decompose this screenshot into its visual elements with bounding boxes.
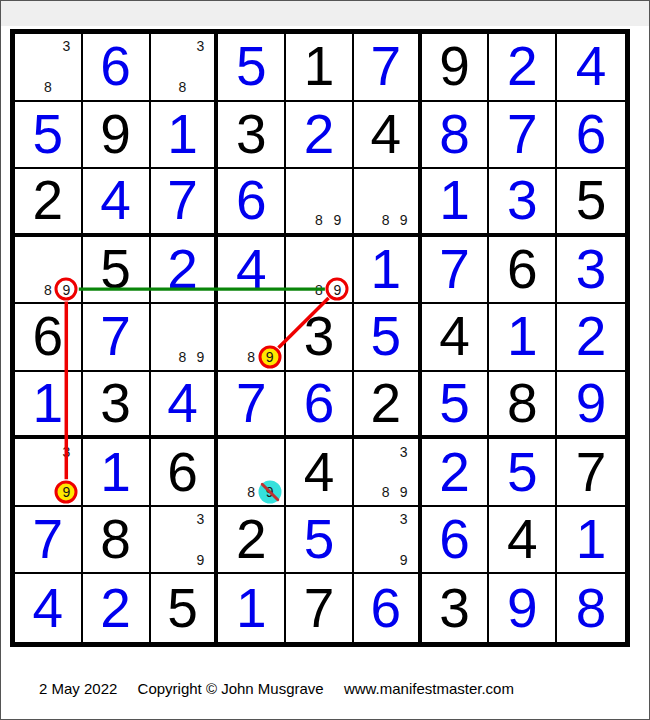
cell-r7c7[interactable]: 2 bbox=[422, 439, 490, 507]
cell-r1c1[interactable]: 38 bbox=[15, 34, 83, 102]
candidate-3: 3 bbox=[55, 440, 78, 463]
cell-r8c1[interactable]: 7 bbox=[15, 507, 83, 575]
solved-digit: 7 bbox=[15, 507, 81, 573]
cell-r8c5[interactable]: 5 bbox=[286, 507, 354, 575]
cell-r7c1[interactable]: 39 bbox=[15, 439, 83, 507]
cell-r3c1[interactable]: 2 bbox=[15, 169, 83, 237]
cell-r5c1[interactable]: 6 bbox=[15, 304, 83, 372]
solved-digit: 8 bbox=[557, 574, 625, 642]
cell-r1c3[interactable]: 38 bbox=[151, 34, 219, 102]
given-digit: 1 bbox=[286, 34, 352, 100]
given-digit: 7 bbox=[557, 439, 625, 505]
cell-r9c7[interactable]: 3 bbox=[422, 574, 490, 642]
cell-r9c9[interactable]: 8 bbox=[557, 574, 625, 642]
solved-digit: 5 bbox=[489, 439, 555, 505]
cell-r4c9[interactable]: 3 bbox=[557, 237, 625, 305]
cell-r6c7[interactable]: 5 bbox=[422, 372, 490, 440]
candidate-9: 9 bbox=[258, 345, 281, 368]
cell-r7c9[interactable]: 7 bbox=[557, 439, 625, 507]
candidate-3: 3 bbox=[392, 440, 415, 463]
footer-date: 2 May 2022 bbox=[39, 680, 117, 697]
cell-r3c2[interactable]: 4 bbox=[83, 169, 151, 237]
cell-r4c8[interactable]: 6 bbox=[489, 237, 557, 305]
given-digit: 6 bbox=[151, 439, 215, 505]
given-digit: 2 bbox=[218, 507, 284, 573]
sudoku-board: 3863851792459132487624768989135895248917… bbox=[10, 29, 630, 647]
cell-r2c7[interactable]: 8 bbox=[422, 102, 490, 170]
cell-r4c1[interactable]: 89 bbox=[15, 237, 83, 305]
cell-r9c6[interactable]: 6 bbox=[354, 574, 422, 642]
given-digit: 9 bbox=[422, 34, 488, 100]
cell-r3c8[interactable]: 3 bbox=[489, 169, 557, 237]
solved-digit: 5 bbox=[218, 34, 284, 100]
given-digit: 2 bbox=[15, 169, 81, 233]
cell-r8c4[interactable]: 2 bbox=[218, 507, 286, 575]
cell-r6c5[interactable]: 6 bbox=[286, 372, 354, 440]
cell-r5c4[interactable]: 89 bbox=[218, 304, 286, 372]
solved-digit: 6 bbox=[354, 574, 418, 642]
given-digit: 8 bbox=[83, 507, 149, 573]
solved-digit: 7 bbox=[218, 372, 284, 436]
given-digit: 3 bbox=[286, 304, 352, 370]
given-digit: 5 bbox=[557, 169, 625, 233]
cell-r3c4[interactable]: 6 bbox=[218, 169, 286, 237]
cell-r3c9[interactable]: 5 bbox=[557, 169, 625, 237]
cell-r7c6[interactable]: 389 bbox=[354, 439, 422, 507]
cell-r9c2[interactable]: 2 bbox=[83, 574, 151, 642]
candidate-3: 3 bbox=[392, 507, 415, 530]
board-grid: 3863851792459132487624768989135895248917… bbox=[15, 34, 625, 642]
cell-r7c4[interactable]: 89 bbox=[218, 439, 286, 507]
cell-r8c9[interactable]: 1 bbox=[557, 507, 625, 575]
cell-r3c6[interactable]: 89 bbox=[354, 169, 422, 237]
solved-digit: 1 bbox=[422, 169, 488, 233]
top-strip bbox=[1, 1, 649, 26]
cell-r2c6[interactable]: 4 bbox=[354, 102, 422, 170]
cell-r1c4[interactable]: 5 bbox=[218, 34, 286, 102]
cell-r7c3[interactable]: 6 bbox=[151, 439, 219, 507]
solved-digit: 5 bbox=[354, 304, 418, 370]
cell-r2c5[interactable]: 2 bbox=[286, 102, 354, 170]
cell-r5c6[interactable]: 5 bbox=[354, 304, 422, 372]
cell-r8c6[interactable]: 39 bbox=[354, 507, 422, 575]
cell-r2c3[interactable]: 1 bbox=[151, 102, 219, 170]
footer-copyright: Copyright © John Musgrave bbox=[138, 680, 324, 697]
given-digit: 6 bbox=[489, 237, 555, 303]
cell-r5c5[interactable]: 3 bbox=[286, 304, 354, 372]
solved-digit: 6 bbox=[286, 372, 352, 436]
cell-r9c4[interactable]: 1 bbox=[218, 574, 286, 642]
cell-r5c9[interactable]: 2 bbox=[557, 304, 625, 372]
solved-digit: 3 bbox=[489, 169, 555, 233]
footer-website: www.manifestmaster.com bbox=[344, 680, 514, 697]
solved-digit: 6 bbox=[557, 102, 625, 168]
cell-r3c5[interactable]: 89 bbox=[286, 169, 354, 237]
candidate-9: 9 bbox=[55, 480, 78, 503]
solved-digit: 2 bbox=[422, 439, 488, 505]
given-digit: 9 bbox=[83, 102, 149, 168]
solved-digit: 6 bbox=[218, 169, 284, 233]
given-digit: 4 bbox=[489, 507, 555, 573]
page: 3863851792459132487624768989135895248917… bbox=[0, 0, 650, 720]
cell-r2c4[interactable]: 3 bbox=[218, 102, 286, 170]
given-digit: 7 bbox=[286, 574, 352, 642]
candidate-3: 3 bbox=[55, 34, 78, 57]
cell-r6c8[interactable]: 8 bbox=[489, 372, 557, 440]
cell-r4c4[interactable]: 4 bbox=[218, 237, 286, 305]
solved-digit: 2 bbox=[286, 102, 352, 168]
candidate-9: 9 bbox=[189, 345, 212, 368]
solved-digit: 7 bbox=[422, 237, 488, 303]
cell-r7c8[interactable]: 5 bbox=[489, 439, 557, 507]
cell-r1c7[interactable]: 9 bbox=[422, 34, 490, 102]
candidate-9: 9 bbox=[392, 548, 415, 571]
given-digit: 3 bbox=[83, 372, 149, 436]
cell-r8c2[interactable]: 8 bbox=[83, 507, 151, 575]
solved-digit: 6 bbox=[83, 34, 149, 100]
candidate-9: 9 bbox=[189, 548, 212, 571]
cell-r5c3[interactable]: 89 bbox=[151, 304, 219, 372]
solved-digit: 1 bbox=[354, 237, 418, 303]
solved-digit: 1 bbox=[489, 304, 555, 370]
footer: 2 May 2022 Copyright © John Musgrave www… bbox=[39, 680, 530, 697]
cell-r6c2[interactable]: 3 bbox=[83, 372, 151, 440]
cell-r1c9[interactable]: 4 bbox=[557, 34, 625, 102]
solved-digit: 2 bbox=[489, 34, 555, 100]
given-digit: 5 bbox=[83, 237, 149, 303]
candidate-3: 3 bbox=[189, 34, 212, 57]
given-digit: 3 bbox=[422, 574, 488, 642]
cell-r2c8[interactable]: 7 bbox=[489, 102, 557, 170]
solved-digit: 1 bbox=[557, 507, 625, 573]
solved-digit: 4 bbox=[151, 372, 215, 436]
solved-digit: 5 bbox=[286, 507, 352, 573]
solved-digit: 8 bbox=[422, 102, 488, 168]
solved-digit: 1 bbox=[218, 574, 284, 642]
cell-r6c4[interactable]: 7 bbox=[218, 372, 286, 440]
given-digit: 2 bbox=[354, 372, 418, 436]
candidate-9: 9 bbox=[392, 480, 415, 503]
solved-digit: 7 bbox=[489, 102, 555, 168]
candidate-8: 8 bbox=[36, 75, 59, 98]
cell-r9c3[interactable]: 5 bbox=[151, 574, 219, 642]
cell-r2c9[interactable]: 6 bbox=[557, 102, 625, 170]
solved-digit: 3 bbox=[557, 237, 625, 303]
given-digit: 8 bbox=[489, 372, 555, 436]
cell-r1c2[interactable]: 6 bbox=[83, 34, 151, 102]
cell-r6c1[interactable]: 1 bbox=[15, 372, 83, 440]
cell-r4c3[interactable]: 2 bbox=[151, 237, 219, 305]
solved-digit: 4 bbox=[15, 574, 81, 642]
cell-r6c6[interactable]: 2 bbox=[354, 372, 422, 440]
cell-r2c2[interactable]: 9 bbox=[83, 102, 151, 170]
cell-r1c8[interactable]: 2 bbox=[489, 34, 557, 102]
solved-digit: 9 bbox=[557, 372, 625, 436]
solved-digit: 7 bbox=[151, 169, 215, 233]
cell-r6c9[interactable]: 9 bbox=[557, 372, 625, 440]
given-digit: 3 bbox=[218, 102, 284, 168]
cell-r4c2[interactable]: 5 bbox=[83, 237, 151, 305]
cell-r7c2[interactable]: 1 bbox=[83, 439, 151, 507]
cell-r4c6[interactable]: 1 bbox=[354, 237, 422, 305]
cell-r9c1[interactable]: 4 bbox=[15, 574, 83, 642]
cell-r5c7[interactable]: 4 bbox=[422, 304, 490, 372]
candidate-9: 9 bbox=[258, 480, 281, 503]
solved-digit: 2 bbox=[83, 574, 149, 642]
cell-r5c2[interactable]: 7 bbox=[83, 304, 151, 372]
solved-digit: 4 bbox=[83, 169, 149, 233]
solved-digit: 1 bbox=[83, 439, 149, 505]
candidate-8: 8 bbox=[171, 75, 194, 98]
cell-r1c5[interactable]: 1 bbox=[286, 34, 354, 102]
solved-digit: 4 bbox=[557, 34, 625, 100]
given-digit: 5 bbox=[151, 574, 215, 642]
cell-r8c7[interactable]: 6 bbox=[422, 507, 490, 575]
cell-r6c3[interactable]: 4 bbox=[151, 372, 219, 440]
solved-digit: 7 bbox=[83, 304, 149, 370]
solved-digit: 2 bbox=[557, 304, 625, 370]
cell-r9c8[interactable]: 9 bbox=[489, 574, 557, 642]
cell-r4c5[interactable]: 89 bbox=[286, 237, 354, 305]
cell-r2c1[interactable]: 5 bbox=[15, 102, 83, 170]
given-digit: 4 bbox=[422, 304, 488, 370]
solved-digit: 7 bbox=[354, 34, 418, 100]
cell-r7c5[interactable]: 4 bbox=[286, 439, 354, 507]
given-digit: 6 bbox=[15, 304, 81, 370]
solved-digit: 4 bbox=[218, 237, 284, 303]
solved-digit: 6 bbox=[422, 507, 488, 573]
solved-digit: 1 bbox=[15, 372, 81, 436]
solved-digit: 5 bbox=[422, 372, 488, 436]
cell-r5c8[interactable]: 1 bbox=[489, 304, 557, 372]
solved-digit: 2 bbox=[151, 237, 215, 303]
candidate-9: 9 bbox=[326, 278, 349, 301]
given-digit: 4 bbox=[286, 439, 352, 505]
cell-r3c3[interactable]: 7 bbox=[151, 169, 219, 237]
cell-r4c7[interactable]: 7 bbox=[422, 237, 490, 305]
candidate-9: 9 bbox=[55, 278, 78, 301]
candidate-3: 3 bbox=[189, 507, 212, 530]
candidate-9: 9 bbox=[392, 208, 415, 231]
candidate-9: 9 bbox=[326, 208, 349, 231]
solved-digit: 5 bbox=[15, 102, 81, 168]
cell-r1c6[interactable]: 7 bbox=[354, 34, 422, 102]
solved-digit: 9 bbox=[489, 574, 555, 642]
cell-r8c3[interactable]: 39 bbox=[151, 507, 219, 575]
cell-r3c7[interactable]: 1 bbox=[422, 169, 490, 237]
cell-r9c5[interactable]: 7 bbox=[286, 574, 354, 642]
given-digit: 4 bbox=[354, 102, 418, 168]
cell-r8c8[interactable]: 4 bbox=[489, 507, 557, 575]
solved-digit: 1 bbox=[151, 102, 215, 168]
